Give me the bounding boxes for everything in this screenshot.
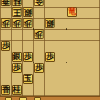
shogi-piece[interactable]: 香: [1, 85, 11, 95]
shogi-piece[interactable]: 銀: [23, 7, 33, 17]
shogi-piece[interactable]: 歩: [23, 52, 33, 62]
shogi-piece[interactable]: 銀: [12, 52, 22, 62]
shogi-piece[interactable]: 歩: [1, 41, 11, 51]
shogi-piece[interactable]: 竜: [67, 7, 77, 17]
hand-piece[interactable]: [5, 97, 13, 100]
star-point: [66, 62, 68, 64]
shogi-board[interactable]: 香桂金王銀竜歩歩歩銀歩歩銀歩歩歩歩玉香桂: [0, 0, 100, 96]
shogi-piece[interactable]: 金: [34, 0, 44, 6]
shogi-piece[interactable]: 歩: [34, 29, 44, 39]
hand-piece[interactable]: [34, 97, 42, 100]
shogi-piece[interactable]: 香: [1, 0, 11, 6]
shogi-piece[interactable]: 玉: [23, 74, 33, 84]
hand-piece[interactable]: [19, 97, 27, 100]
hand-tray[interactable]: [0, 96, 100, 100]
shogi-piece[interactable]: 歩: [12, 63, 22, 73]
shogi-piece[interactable]: 歩: [45, 52, 55, 62]
shogi-piece[interactable]: 歩: [23, 18, 33, 28]
shogi-piece[interactable]: 歩: [34, 63, 44, 73]
star-point: [66, 28, 68, 30]
shogi-piece[interactable]: 王: [12, 7, 22, 17]
shogi-piece[interactable]: 歩: [12, 18, 22, 28]
shogi-piece[interactable]: 桂: [12, 0, 22, 6]
shogi-app: { "game": "shogi", "board": { "files": 9…: [0, 0, 100, 100]
shogi-piece[interactable]: 桂: [12, 85, 22, 95]
shogi-piece[interactable]: 銀: [45, 18, 55, 28]
shogi-piece[interactable]: 歩: [1, 18, 11, 28]
